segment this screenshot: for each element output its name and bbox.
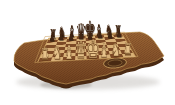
- chess-set-photo: ♜♞♝♛♚♝♞♜♟♟♟♟♟♟♟♟♟♟♟♟♟♟♟♟♜♞♝♛♚♝♞♜: [0, 0, 175, 105]
- piece-white-rook[interactable]: ♜: [120, 42, 136, 59]
